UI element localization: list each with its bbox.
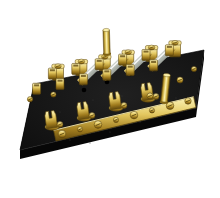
threaded-stud [102,28,111,56]
base-speck [109,131,110,132]
product-photo [0,0,220,198]
fuse-clip [72,63,80,74]
fuse-clip [150,60,158,71]
clip-slot [58,80,63,82]
flag-terminal-screw [121,103,127,109]
clip-slot [104,70,109,72]
fuse-clip [48,68,56,79]
bus-bar-screw [149,108,154,113]
base-speck [121,95,122,96]
clip-slot [120,55,125,57]
clip-slot [128,66,133,68]
fuse-clip [56,79,64,90]
clip-slot [151,61,156,63]
board-screw [177,77,183,83]
fuse-clip [142,49,150,60]
bus-bar-screw [113,117,118,122]
clip-slot [81,75,86,77]
base-speck [69,139,70,140]
base-speck [89,142,90,143]
clip-slot [97,60,102,62]
board-screw [147,93,153,99]
clip-slot [73,65,78,67]
bus-bar-screw [58,130,66,138]
clip-slot [34,84,39,86]
fuse-clip [165,45,173,56]
bus-bar-screw [130,111,138,119]
fuse-clip [95,59,103,70]
mounting-hole [82,88,87,93]
empty-position-screw [27,97,32,102]
flag-terminal-screw [153,94,159,100]
empty-position-screw [51,92,56,97]
base-speck [139,121,140,122]
clip-slot [167,46,172,48]
fuse-clip [79,74,87,85]
flag-terminal-screw [57,122,63,128]
fuse-clip [119,54,127,65]
clip-slot [50,69,55,71]
clip-slot [144,51,149,53]
bus-bar-screw [77,127,82,132]
board-screw [191,66,196,71]
fuse-block-image [0,0,220,198]
fuse-clip [33,83,41,94]
base-speck [92,99,93,100]
fuse-clip [103,69,111,80]
bus-bar-screw [94,121,102,129]
base-speck [175,97,176,98]
stud-shaft [103,30,110,54]
base-speck [59,111,60,112]
bus-bar-screw [185,98,191,104]
fuse-block-render [20,28,204,159]
flag-terminal-screw [89,113,95,119]
fuse-clip [126,65,134,76]
stud-top [103,28,110,31]
